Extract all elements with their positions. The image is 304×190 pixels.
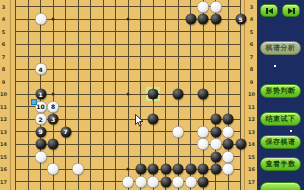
row-coordinate-label: 6: [2, 42, 5, 47]
go-to-end-button[interactable]: [282, 4, 300, 17]
mouse-cursor: [135, 112, 144, 131]
stone-white: [198, 126, 209, 137]
stone-white: 4: [35, 64, 46, 75]
row-coordinate-label: 3: [250, 4, 253, 9]
stone-white: [198, 1, 209, 12]
stone-white: [223, 164, 234, 175]
stone-black: [198, 14, 209, 25]
stone-white: [210, 139, 221, 150]
stone-black: [235, 139, 246, 150]
row-coordinate-label: 12: [0, 117, 7, 122]
star-point: [52, 18, 55, 21]
row-coordinate-label: 8: [2, 67, 5, 72]
clipped-bottom-button[interactable]: [260, 182, 301, 190]
grid-line: [15, 31, 241, 32]
control-sidebar: 棋谱分析形势判断结束试下保存棋谱查看手数: [257, 0, 304, 190]
stone-white: [173, 126, 184, 137]
stone-white: [48, 164, 59, 175]
stone-white: [198, 139, 209, 150]
star-point: [127, 93, 130, 96]
last-move-marker: [146, 87, 160, 101]
grid-line: [165, 0, 166, 190]
stone-white: [135, 176, 146, 187]
row-coordinate-label: 17: [0, 179, 7, 184]
stone-white: [148, 176, 159, 187]
stone-white: [35, 151, 46, 162]
star-point: [52, 93, 55, 96]
go-board[interactable]: 3344556677889910101111121213131414151516…: [0, 0, 257, 190]
stone-black: [148, 114, 159, 125]
move-number: 9: [38, 129, 42, 135]
stone-white: [185, 176, 196, 187]
row-coordinate-label: 4: [250, 17, 253, 22]
stone-white: [73, 164, 84, 175]
stone-black: [198, 176, 209, 187]
label-strip-divider: [10, 0, 11, 190]
stone-white: [173, 176, 184, 187]
row-coordinate-label: 14: [248, 142, 255, 147]
grid-line: [15, 69, 241, 70]
grid-line: [65, 0, 66, 190]
stone-white: [210, 1, 221, 12]
grid-line: [190, 0, 191, 190]
go-to-start-button[interactable]: [260, 4, 278, 17]
stone-black: [173, 89, 184, 100]
stone-black: [210, 151, 221, 162]
stone-black: [48, 139, 59, 150]
save-record-button[interactable]: 保存棋谱: [260, 135, 301, 149]
stone-black: 3: [48, 114, 59, 125]
show-move-numbers-button[interactable]: 查看手数: [260, 157, 301, 171]
row-coordinate-label: 3: [2, 4, 5, 9]
row-coordinate-label: 5: [250, 29, 253, 34]
row-coordinate-label: 13: [0, 129, 7, 134]
stone-black: 5: [235, 14, 246, 25]
end-trial-play-button[interactable]: 结束试下: [260, 112, 301, 126]
position-judgment-button[interactable]: 形势判断: [260, 84, 301, 98]
row-coordinate-label: 4: [2, 17, 5, 22]
move-number: 7: [63, 129, 67, 135]
stone-black: [223, 114, 234, 125]
grid-line: [103, 0, 104, 190]
grid-line: [140, 0, 141, 190]
skip-back-icon: [266, 8, 273, 14]
stone-black: [198, 164, 209, 175]
skip-forward-icon: [288, 8, 295, 14]
row-coordinate-label: 13: [248, 129, 255, 134]
row-coordinate-label: 16: [248, 167, 255, 172]
stone-black: [223, 139, 234, 150]
move-number: 2: [38, 116, 42, 122]
stone-black: [148, 164, 159, 175]
go-app-window: 3344556677889910101111121213131414151516…: [0, 0, 304, 190]
grid-line: [90, 0, 91, 190]
stone-white: [223, 151, 234, 162]
move-number: 8: [51, 104, 55, 110]
grid-line: [78, 0, 79, 190]
stone-white: [35, 14, 46, 25]
row-coordinate-label: 15: [0, 154, 7, 159]
stone-black: 9: [35, 126, 46, 137]
stone-black: [210, 114, 221, 125]
row-coordinate-label: 15: [248, 154, 255, 159]
move-number: 4: [38, 66, 42, 72]
label-strip-divider: [244, 0, 245, 190]
row-coordinate-label: 5: [2, 29, 5, 34]
stone-black: [185, 164, 196, 175]
stone-black: [135, 164, 146, 175]
row-coordinate-label: 11: [0, 104, 7, 109]
move-number: 3: [51, 116, 55, 122]
grid-line: [15, 81, 241, 82]
stone-black: [210, 126, 221, 137]
move-number: 10: [36, 104, 44, 110]
star-point: [127, 18, 130, 21]
grid-line: [15, 56, 241, 57]
stone-black: [210, 164, 221, 175]
stone-black: [210, 14, 221, 25]
grid-line: [240, 0, 241, 190]
current-move-marker: [31, 99, 37, 105]
row-coordinate-label: 9: [2, 79, 5, 84]
star-point: [127, 168, 130, 171]
analyze-record-button[interactable]: 棋谱分析: [260, 41, 301, 55]
row-coordinate-label: 6: [250, 42, 253, 47]
move-number: 1: [38, 91, 42, 97]
stone-white: 2: [35, 114, 46, 125]
stone-black: 1: [35, 89, 46, 100]
stone-white: 8: [48, 101, 59, 112]
row-coordinate-label: 11: [248, 104, 255, 109]
stone-black: [160, 164, 171, 175]
stone-black: [173, 164, 184, 175]
row-coordinate-label: 9: [250, 79, 253, 84]
stone-white: [223, 126, 234, 137]
move-number: 5: [238, 16, 242, 22]
row-coordinate-label: 10: [248, 92, 255, 97]
stone-white: 10: [35, 101, 46, 112]
grid-line: [15, 156, 241, 157]
row-coordinate-label: 8: [250, 67, 253, 72]
stone-black: [35, 139, 46, 150]
grid-line: [115, 0, 116, 190]
stone-black: [198, 89, 209, 100]
row-coordinate-label: 17: [248, 179, 255, 184]
row-coordinate-label: 10: [0, 92, 7, 97]
grid-line: [15, 44, 241, 45]
row-coordinate-label: 16: [0, 167, 7, 172]
stone-black: 7: [60, 126, 71, 137]
row-coordinate-label: 7: [250, 54, 253, 59]
grid-line: [28, 0, 29, 190]
stone-black: [185, 14, 196, 25]
row-coordinate-label: 7: [2, 54, 5, 59]
stone-black: [160, 176, 171, 187]
row-coordinate-label: 14: [0, 142, 7, 147]
stone-white: [123, 176, 134, 187]
row-coordinate-label: 12: [248, 117, 255, 122]
grid-line: [15, 0, 16, 190]
